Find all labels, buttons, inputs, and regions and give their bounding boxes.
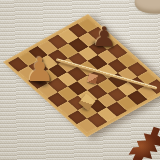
black-pawn: ♟ — [92, 23, 114, 51]
scene: ♟♟ — [0, 0, 160, 160]
white-pawn: ♟ — [25, 53, 53, 87]
